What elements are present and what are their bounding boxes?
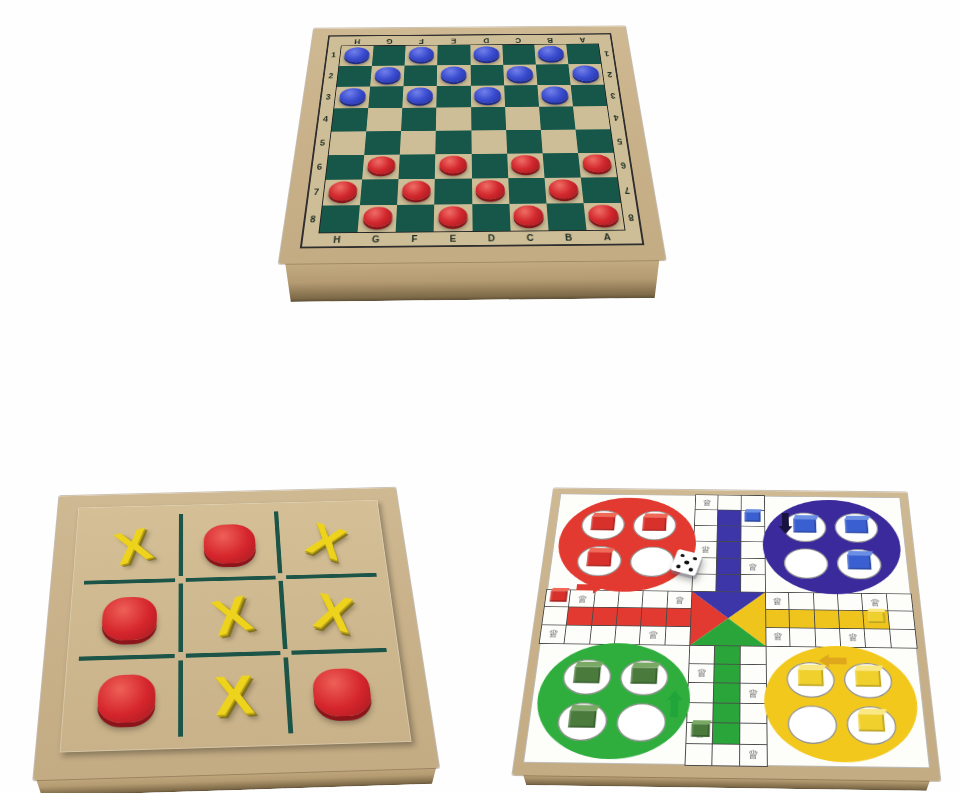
checker-piece-red[interactable] [438,206,468,226]
checkers-square-A8[interactable] [583,203,624,230]
ludo-cell-2-9[interactable]: ♕ [741,511,764,527]
ludo-cell-10-9[interactable] [740,646,765,665]
checkers-square-H4[interactable] [332,108,369,131]
checkers-square-B5[interactable] [541,129,578,153]
ludo-piece-blue[interactable] [793,519,817,533]
file-label-bottom: G [372,235,380,244]
ludo-piece-yellow[interactable] [855,670,882,687]
ludo-yard-slots-green [555,659,669,742]
ludo-cell-9-14[interactable] [865,629,892,648]
checker-piece-red[interactable] [511,155,540,173]
ludo-cell-10-8[interactable] [715,645,741,664]
ludo-cell-5-9[interactable]: ♕ [741,559,765,576]
ludo-piece-red[interactable] [587,552,612,566]
checkers-square-C5[interactable] [506,130,543,154]
checkers-square-B1[interactable] [534,44,568,64]
ludo-yard-circle-red [552,497,697,593]
rank-label-right: 3 [610,92,616,99]
file-label-top: D [483,37,489,43]
checkers-square-E5[interactable] [436,130,472,154]
checkers-square-F3[interactable] [402,86,437,108]
ludo-piece-yellow[interactable] [858,714,886,732]
checkers-square-E7[interactable] [435,178,472,204]
rank-label-left: 7 [313,189,319,197]
checkers-square-E8[interactable] [434,204,472,231]
tictactoe-cell-2-2[interactable]: X [181,578,285,656]
x-piece[interactable]: X [207,588,257,644]
file-label-bottom: A [603,233,611,242]
ludo-cell-14-7[interactable]: ♕ [686,723,713,744]
ludo-box-top: ♕♕♕♕♕♕♕♕♕♕♕♕♕♕♕♕ [512,488,940,781]
ludo-yard-slot[interactable] [615,703,667,742]
ludo-cell-11-9[interactable] [740,664,766,684]
checker-piece-blue[interactable] [343,47,370,62]
file-label-top: E [451,37,456,43]
checkers-square-F7[interactable] [397,179,435,205]
checkers-square-H5[interactable] [329,131,367,155]
product-photo: HGFEDCBA 12345678 12345678 HGFEDCBA XXXX… [0,0,960,793]
tictactoe-cell-2-3[interactable]: X [280,575,389,653]
ludo-cell-6-9[interactable] [741,575,765,592]
checkers-square-D2[interactable] [470,65,504,86]
ludo-cell-15-7[interactable] [686,744,714,766]
ludo-cell-12-7[interactable] [688,683,715,703]
ludo-yard-slot[interactable] [632,511,677,541]
die-pip [680,553,686,558]
file-label-bottom: F [411,235,417,244]
checkers-square-G1[interactable] [372,46,406,66]
ludo-cell-7-1[interactable] [545,590,572,608]
tictactoe-grid: XXXXX [70,507,400,743]
rank-label-right: 2 [607,71,613,77]
checkers-square-C4[interactable] [505,107,541,130]
checkers-square-F6[interactable] [399,154,436,179]
checker-piece-red[interactable] [548,179,578,198]
x-piece[interactable]: X [110,521,156,572]
file-label-bottom: B [565,233,573,242]
checkers-square-G8[interactable] [358,205,398,232]
ludo-yard-slot[interactable] [788,705,839,744]
checker-piece-blue[interactable] [538,46,565,61]
ludo-cell-7-11[interactable] [789,593,814,611]
rank-label-right: 4 [613,114,619,121]
ludo-cell-8-11[interactable] [790,610,815,628]
ludo-cell-8-6[interactable] [666,609,692,627]
ludo-yard-slots-blue [783,513,883,580]
yellow-start-arrow-icon [819,654,848,668]
rank-label-left: 6 [316,164,322,172]
ludo-cell-9-12[interactable] [815,628,841,647]
ludo-yard-slot[interactable] [836,549,883,580]
ludo-cell-3-7[interactable] [694,526,718,542]
ludo-piece-green[interactable] [568,710,596,728]
checkers-box-top: HGFEDCBA 12345678 12345678 HGFEDCBA [279,26,666,264]
checkers-square-F8[interactable] [396,204,435,231]
checkers-square-F2[interactable] [404,65,438,86]
ludo-cell-13-7[interactable] [687,703,714,724]
crown-icon: ♕ [740,684,766,704]
tictactoe-cell-3-2[interactable]: X [181,653,291,740]
rank-label-right: 6 [620,161,626,169]
crown-icon: ♕ [740,744,767,766]
checkers-square-H7[interactable] [323,179,363,205]
checkers-square-F1[interactable] [405,45,438,65]
die-pip [684,560,690,565]
checkers-square-D7[interactable] [472,178,510,204]
checkers-square-G7[interactable] [360,179,399,205]
ludo-cell-1-9[interactable] [741,496,764,511]
ludo-cell-4-9[interactable] [741,542,765,559]
checker-piece-red[interactable] [402,180,431,199]
checkers-square-F4[interactable] [401,108,436,131]
checkers-square-E2[interactable] [437,65,470,86]
checkers-square-C6[interactable] [507,153,544,178]
file-label-bottom: H [333,235,341,244]
ludo-cell-9-6[interactable] [665,627,691,646]
ludo-cell-9-4[interactable] [615,626,641,645]
ludo-box: ♕♕♕♕♕♕♕♕♕♕♕♕♕♕♕♕ [512,488,940,781]
crown-icon: ♕ [765,592,790,610]
file-label-top: G [386,38,393,44]
ludo-cell-9-5[interactable]: ♕ [640,626,666,645]
x-piece[interactable]: X [213,667,256,724]
ludo-cell-9-11[interactable] [790,628,816,647]
checkers-square-H8[interactable] [319,205,360,232]
crown-icon: ♕ [640,626,666,645]
file-label-bottom: D [488,234,495,243]
checkers-square-B8[interactable] [546,203,586,230]
ludo-cell-6-7[interactable] [692,575,717,592]
ludo-cell-15-9[interactable]: ♕ [740,744,767,766]
checkers-square-G2[interactable] [370,66,405,87]
checkers-square-A3[interactable] [571,85,607,107]
ludo-cell-9-15[interactable] [890,629,917,648]
x-piece[interactable]: X [301,516,351,568]
crown-icon: ♕ [689,664,715,684]
die-pip [692,556,698,561]
checkers-square-H1[interactable] [339,46,373,66]
ludo-cell-7-6[interactable]: ♕ [667,591,692,609]
rank-label-left: 2 [328,73,334,80]
ludo-yard-slot[interactable] [846,706,898,745]
crown-icon: ♕ [741,511,764,527]
checker-piece-blue[interactable] [441,67,467,83]
ludo-piece-green[interactable] [631,667,658,684]
rank-label-right: 1 [604,50,610,56]
ludo-cell-9-1[interactable]: ♕ [540,625,567,644]
tictactoe-cell-1-3[interactable]: X [276,507,379,578]
ludo-cell-8-5[interactable] [641,608,667,626]
ludo-board: ♕♕♕♕♕♕♕♕♕♕♕♕♕♕♕♕ [523,494,930,769]
checkers-square-C8[interactable] [509,203,548,230]
ludo-piece-blue[interactable] [844,519,868,533]
file-label-top: A [579,36,586,42]
file-label-bottom: C [526,234,534,243]
checker-piece-red[interactable] [513,205,544,225]
ludo-cell-8-1[interactable] [542,607,569,625]
ludo-yard-slots-yellow [787,662,899,745]
ludo-cell-1-7[interactable]: ♕ [696,495,719,510]
ludo-yard-slot[interactable] [784,548,830,579]
checkers-square-A5[interactable] [575,129,613,153]
ludo-yard-slot[interactable] [555,702,608,741]
checker-piece-blue[interactable] [474,87,501,103]
tictactoe-cell-1-1[interactable]: X [81,512,181,583]
checkers-square-C1[interactable] [502,45,536,65]
ludo-cell-15-8[interactable] [713,744,740,766]
ludo-cell-14-9[interactable] [740,724,767,745]
checker-piece-red[interactable] [362,207,393,227]
checkers-box: HGFEDCBA 12345678 12345678 HGFEDCBA [279,26,666,264]
blue-start-arrow-icon [779,513,793,534]
checker-piece-red[interactable] [327,181,358,200]
ludo-yard-slot[interactable] [579,510,625,540]
rank-label-left: 8 [310,215,316,223]
red-start-arrow-icon [576,581,604,594]
ludo-yard-slot[interactable] [843,662,894,699]
checker-piece-blue[interactable] [572,66,600,82]
ludo-cell-8-10[interactable] [765,610,790,628]
checker-piece-blue[interactable] [541,87,569,103]
o-piece[interactable] [311,668,373,717]
ludo-cell-8-2[interactable] [567,608,594,626]
checkers-square-D4[interactable] [471,107,506,130]
file-label-top: C [515,37,521,43]
checkers-square-H6[interactable] [326,155,365,180]
ludo-cell-7-14[interactable]: ♕ [862,594,888,612]
rank-label-right: 8 [627,213,634,221]
ludo-cell-13-9[interactable] [740,703,766,724]
ludo-cell-10-7[interactable] [689,645,715,664]
checker-piece-red[interactable] [439,155,467,173]
checkers-square-F5[interactable] [400,130,436,154]
checkers-square-C3[interactable] [504,85,539,107]
ludo-center [690,592,765,646]
checkers-square-A6[interactable] [578,152,617,177]
ludo-yard-red [552,497,697,593]
checkers-square-A7[interactable] [581,177,621,203]
checker-piece-red[interactable] [582,154,612,172]
ludo-cell-11-7[interactable]: ♕ [689,664,715,684]
crown-icon: ♕ [667,591,692,609]
checkers-board: HGFEDCBA 12345678 12345678 HGFEDCBA [300,33,645,248]
ludo-yard-slots-red [575,510,677,577]
ludo-cell-7-4[interactable] [618,591,644,609]
checker-piece-blue[interactable] [338,88,366,104]
checkers-grid [318,44,625,234]
die-pip [688,567,694,572]
checkers-square-D6[interactable] [471,153,508,178]
rank-label-left: 4 [322,116,328,123]
checker-piece-blue[interactable] [474,46,500,61]
checkers-square-E1[interactable] [438,45,471,65]
checkers-square-G6[interactable] [362,154,400,179]
ludo-cell-13-8[interactable] [714,703,741,724]
file-label-bottom: E [450,234,457,243]
checkers-square-G4[interactable] [366,108,402,131]
crown-icon: ♕ [765,628,790,647]
checkers-square-C7[interactable] [508,178,546,204]
checkers-square-G5[interactable] [364,131,401,155]
ludo-cell-7-10[interactable]: ♕ [765,592,790,610]
checker-piece-blue[interactable] [374,67,401,83]
checker-piece-blue[interactable] [409,47,435,62]
crown-icon: ♕ [862,594,888,612]
ludo-yard-slot[interactable] [619,660,669,697]
ludo-cell-7-13[interactable] [838,593,864,611]
ludo-cell-2-8[interactable] [718,511,741,527]
ludo-cell-7-12[interactable] [814,593,839,611]
tictactoe-board: XXXXX [60,500,412,753]
checkers-square-D5[interactable] [471,130,507,154]
ludo-cell-8-12[interactable] [814,611,840,629]
checkers-square-D3[interactable] [470,86,504,108]
rank-label-left: 3 [325,94,331,101]
checkers-square-E3[interactable] [437,86,471,108]
checkers-square-G3[interactable] [368,86,403,108]
checkers-square-B6[interactable] [542,153,580,178]
checkers-files-bottom: HGFEDCBA [317,231,628,247]
ludo-yard-slot[interactable] [834,513,880,543]
checkers-square-A1[interactable] [566,44,601,64]
ludo-cell-3-9[interactable] [741,526,764,542]
crown-icon: ♕ [540,625,567,644]
ludo-yard-slot[interactable] [561,659,613,696]
ludo-cell-9-3[interactable] [590,626,617,645]
checker-piece-red[interactable] [476,180,505,199]
ludo-cell-9-10[interactable]: ♕ [765,628,790,647]
ludo-cell-2-7[interactable] [695,510,718,526]
o-piece[interactable] [102,596,158,641]
checkers-square-B3[interactable] [537,85,573,107]
ludo-piece-yellow[interactable] [798,669,824,686]
checkers-square-D1[interactable] [470,45,503,65]
ludo-cell-7-5[interactable] [643,591,668,609]
crown-icon: ♕ [840,629,866,648]
ludo-cell-8-3[interactable] [592,608,618,626]
checker-piece-red[interactable] [588,205,620,225]
ludo-cell-14-8[interactable] [713,723,740,744]
ludo-piece-green[interactable] [573,666,600,683]
checkers-square-D8[interactable] [472,204,510,231]
rank-label-left: 1 [331,52,336,58]
ludo-cell-7-15[interactable] [886,594,912,612]
ludo-cell-8-14[interactable] [863,611,889,629]
tictactoe-box-top: XXXXX [33,487,439,780]
ludo-cell-5-8[interactable] [717,558,741,575]
crown-icon: ♕ [741,559,765,576]
ludo-cell-11-8[interactable] [714,664,740,684]
tictactoe-cell-1-2[interactable] [181,509,280,580]
ludo-piece-red[interactable] [642,517,666,531]
tictactoe-box: XXXXX [33,487,439,780]
die-pip [676,564,682,569]
ludo-piece-blue[interactable] [847,555,872,569]
ludo-cell-9-13[interactable]: ♕ [840,629,866,648]
checkers-square-B2[interactable] [536,64,571,85]
ludo-cell-8-15[interactable] [888,611,915,629]
crown-icon: ♕ [696,495,719,510]
o-piece[interactable] [203,524,256,564]
checkers-square-H3[interactable] [334,87,370,109]
x-piece[interactable]: X [310,586,356,641]
crown-icon: ♕ [686,723,713,744]
checkers-square-A4[interactable] [573,106,610,129]
checkers-square-C2[interactable] [503,65,537,86]
file-label-top: F [419,37,424,43]
checkers-square-A2[interactable] [568,64,604,85]
file-label-top: B [547,36,553,42]
rank-label-right: 7 [624,186,630,194]
ludo-cell-8-4[interactable] [617,608,643,626]
ludo-cell-1-8[interactable] [718,495,741,510]
ludo-cell-6-8[interactable] [717,575,741,592]
tictactoe-cell-3-1[interactable] [70,656,181,743]
rank-label-right: 5 [616,137,622,144]
ludo-piece-red[interactable] [591,516,616,530]
checker-piece-blue[interactable] [507,66,534,82]
checker-piece-red[interactable] [367,156,396,174]
checkers-square-E4[interactable] [436,108,471,131]
ludo-cell-3-8[interactable] [718,526,742,542]
rank-label-left: 5 [319,139,325,146]
checkers-square-E6[interactable] [435,154,471,179]
file-label-top: H [354,38,361,44]
checkers-square-H2[interactable] [337,66,372,87]
ludo-cell-12-8[interactable] [714,683,740,703]
ludo-cell-4-8[interactable] [717,542,741,559]
checker-piece-blue[interactable] [406,88,433,104]
ludo-cell-9-2[interactable] [565,625,592,644]
checkers-square-B7[interactable] [544,177,583,203]
tictactoe-cell-3-3[interactable] [285,650,400,736]
o-piece[interactable] [97,674,156,724]
tictactoe-cell-2-1[interactable] [76,580,181,658]
ludo-cell-12-9[interactable]: ♕ [740,684,766,704]
checkers-square-B4[interactable] [539,107,576,130]
ludo-cell-8-13[interactable] [839,611,865,629]
ludo-yard-slot[interactable] [575,545,622,576]
ludo-yard-slot[interactable] [629,546,675,577]
green-start-arrow-icon [666,690,683,717]
